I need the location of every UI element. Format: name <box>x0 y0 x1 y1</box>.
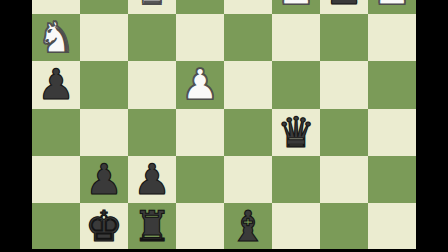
square-b4[interactable] <box>80 61 128 109</box>
square-e6[interactable] <box>224 0 272 14</box>
square-e4[interactable] <box>224 61 272 109</box>
square-b1[interactable]: ♚ <box>80 203 128 249</box>
square-e3[interactable] <box>224 109 272 156</box>
square-h6[interactable]: ♟ <box>368 0 416 14</box>
square-d6[interactable] <box>176 0 224 14</box>
square-f1[interactable] <box>272 203 320 249</box>
white-knight-icon[interactable]: ♞ <box>32 14 80 62</box>
square-b6[interactable] <box>80 0 128 14</box>
square-c2[interactable]: ♟ <box>128 156 176 203</box>
square-d4[interactable]: ♟ <box>176 61 224 109</box>
square-g6[interactable]: ♟ <box>320 0 368 14</box>
black-king-icon[interactable]: ♚ <box>80 203 128 251</box>
black-pawn-icon[interactable]: ♟ <box>320 0 368 14</box>
square-h2[interactable] <box>368 156 416 203</box>
square-g1[interactable] <box>320 203 368 249</box>
square-d1[interactable] <box>176 203 224 249</box>
black-pawn-icon[interactable]: ♟ <box>128 156 176 204</box>
square-d3[interactable] <box>176 109 224 156</box>
square-f2[interactable] <box>272 156 320 203</box>
letterbox-left <box>0 0 32 252</box>
square-c5[interactable] <box>128 14 176 61</box>
black-rook-icon[interactable]: ♜ <box>128 203 176 251</box>
square-f5[interactable] <box>272 14 320 61</box>
square-e2[interactable] <box>224 156 272 203</box>
video-frame: ♛♟♟♟♞♟♟♛♟♟♚♜♝ <box>0 0 448 252</box>
chessboard: ♛♟♟♟♞♟♟♛♟♟♚♜♝ <box>32 0 416 249</box>
square-g2[interactable] <box>320 156 368 203</box>
square-a6[interactable] <box>32 0 80 14</box>
white-pawn-icon[interactable]: ♟ <box>368 0 416 14</box>
square-g3[interactable] <box>320 109 368 156</box>
black-queen-icon[interactable]: ♛ <box>272 109 320 157</box>
square-a4[interactable]: ♟ <box>32 61 80 109</box>
square-c6[interactable]: ♛ <box>128 0 176 14</box>
white-pawn-icon[interactable]: ♟ <box>176 61 224 109</box>
square-b3[interactable] <box>80 109 128 156</box>
square-a5[interactable]: ♞ <box>32 14 80 61</box>
square-g4[interactable] <box>320 61 368 109</box>
square-f3[interactable]: ♛ <box>272 109 320 156</box>
square-h4[interactable] <box>368 61 416 109</box>
square-h5[interactable] <box>368 14 416 61</box>
white-queen-icon[interactable]: ♛ <box>128 0 176 14</box>
square-c3[interactable] <box>128 109 176 156</box>
square-e1[interactable]: ♝ <box>224 203 272 249</box>
square-f6[interactable]: ♟ <box>272 0 320 14</box>
square-g5[interactable] <box>320 14 368 61</box>
square-a1[interactable] <box>32 203 80 249</box>
square-d5[interactable] <box>176 14 224 61</box>
square-b2[interactable]: ♟ <box>80 156 128 203</box>
black-bishop-icon[interactable]: ♝ <box>224 203 272 251</box>
square-f4[interactable] <box>272 61 320 109</box>
square-c4[interactable] <box>128 61 176 109</box>
square-h1[interactable] <box>368 203 416 249</box>
square-d2[interactable] <box>176 156 224 203</box>
square-h3[interactable] <box>368 109 416 156</box>
white-pawn-icon[interactable]: ♟ <box>272 0 320 14</box>
square-a3[interactable] <box>32 109 80 156</box>
square-c1[interactable]: ♜ <box>128 203 176 249</box>
square-b5[interactable] <box>80 14 128 61</box>
square-a2[interactable] <box>32 156 80 203</box>
black-pawn-icon[interactable]: ♟ <box>80 156 128 204</box>
letterbox-right <box>416 0 448 252</box>
square-e5[interactable] <box>224 14 272 61</box>
black-pawn-icon[interactable]: ♟ <box>32 61 80 109</box>
